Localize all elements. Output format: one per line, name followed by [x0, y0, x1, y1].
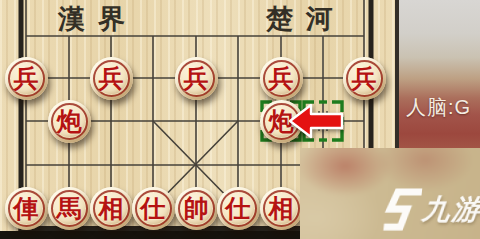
piece-character: 兵 — [343, 57, 386, 100]
piece-character: 馬 — [48, 187, 91, 230]
9game-logo-text: 九游 — [420, 191, 480, 229]
piece-red-soldier[interactable]: 兵 — [175, 57, 218, 100]
piece-character: 兵 — [175, 57, 218, 100]
piece-character: 帥 — [175, 187, 218, 230]
river-label-chu: 楚河 — [266, 1, 346, 37]
piece-red-soldier[interactable]: 兵 — [343, 57, 386, 100]
piece-red-soldier[interactable]: 兵 — [5, 57, 48, 100]
piece-character: 兵 — [90, 57, 133, 100]
piece-red-horse[interactable]: 馬 — [48, 187, 91, 230]
game-screen: 漢界 楚河 兵兵兵兵兵炮炮俥馬相仕帥仕相 人脑:G 九游 — [0, 0, 480, 239]
piece-red-elephant[interactable]: 相 — [90, 187, 133, 230]
river-label-han: 漢界 — [58, 1, 138, 37]
piece-character: 相 — [260, 187, 303, 230]
piece-character: 相 — [90, 187, 133, 230]
piece-red-cannon[interactable]: 炮 — [48, 100, 91, 143]
piece-character: 兵 — [5, 57, 48, 100]
move-arrow-icon — [287, 101, 345, 141]
piece-red-advisor[interactable]: 仕 — [132, 187, 175, 230]
piece-red-elephant[interactable]: 相 — [260, 187, 303, 230]
piece-character: 仕 — [217, 187, 260, 230]
piece-red-general[interactable]: 帥 — [175, 187, 218, 230]
9game-logo-icon — [379, 186, 422, 234]
opponent-status-label: 人脑:G — [406, 94, 471, 121]
piece-character: 兵 — [260, 57, 303, 100]
piece-red-soldier[interactable]: 兵 — [90, 57, 133, 100]
piece-red-advisor[interactable]: 仕 — [217, 187, 260, 230]
piece-red-soldier[interactable]: 兵 — [260, 57, 303, 100]
piece-character: 仕 — [132, 187, 175, 230]
piece-character: 俥 — [5, 187, 48, 230]
piece-red-chariot[interactable]: 俥 — [5, 187, 48, 230]
piece-character: 炮 — [48, 100, 91, 143]
9game-watermark: 九游 — [379, 186, 480, 234]
